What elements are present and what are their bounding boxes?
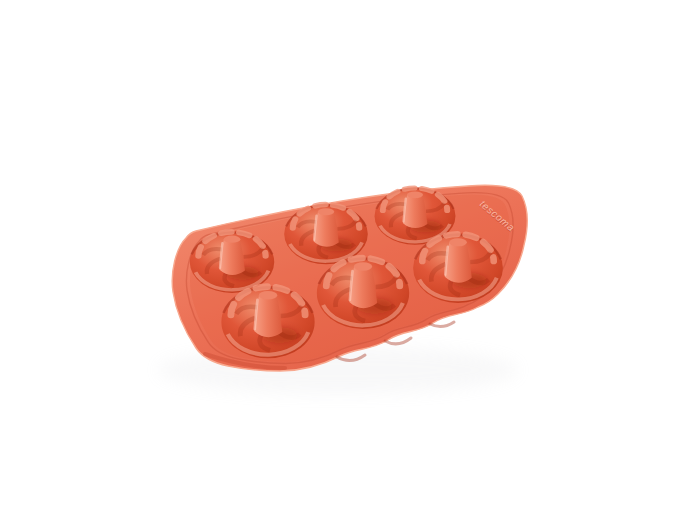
silicone-mold-illustration: tescoma tescoma bbox=[0, 0, 700, 525]
mold-cavity bbox=[317, 257, 409, 329]
mold-cavity bbox=[284, 204, 368, 264]
product-photo: tescoma tescoma bbox=[0, 0, 700, 525]
mold-cavity bbox=[190, 231, 274, 293]
mold-cavity bbox=[413, 233, 503, 303]
mold-cavity bbox=[221, 286, 314, 359]
